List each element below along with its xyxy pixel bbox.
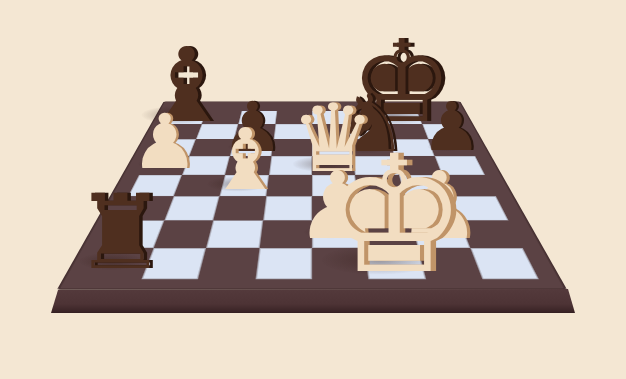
board-side-face [50,289,580,314]
piece-white-bishop-c4[interactable]: ♝ [207,118,283,203]
square-h1[interactable] [470,248,539,280]
piece-white-king-f1[interactable]: ♚ [321,134,466,296]
square-c1[interactable] [198,248,259,280]
piece-white-pawn-a5[interactable]: ♟ [131,105,199,181]
piece-black-rook-a1[interactable]: ♜ [74,181,166,284]
illustration-canvas: ♝♚♟♞♟♜♟♛♝♚♟♟ [0,0,626,379]
square-c2[interactable] [206,221,262,249]
